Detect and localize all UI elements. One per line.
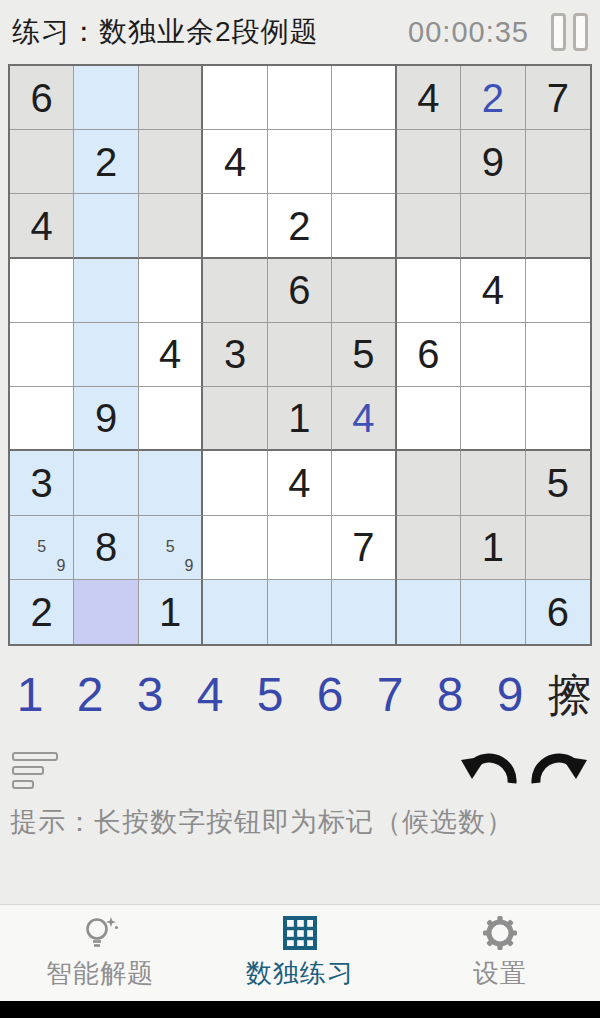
digit-key-4[interactable]: 4 [180,658,240,732]
given-digit: 4 [482,270,504,310]
cell-r4c6[interactable] [332,259,396,323]
number-keypad: 123456789擦 [0,658,600,732]
cell-r2c8[interactable]: 9 [461,130,525,194]
cell-r7c9[interactable]: 5 [526,451,590,515]
cell-r9c4[interactable] [203,580,267,644]
cell-r5c1[interactable] [10,323,74,387]
cell-r3c9[interactable] [526,194,590,258]
cell-r2c9[interactable] [526,130,590,194]
page-title: 练习：数独业余2段例题 [12,13,319,51]
given-digit: 3 [224,334,246,374]
cell-r4c4[interactable] [203,259,267,323]
cell-r8c1[interactable]: 59 [10,516,74,580]
cell-r6c9[interactable] [526,387,590,451]
cell-r7c7[interactable] [397,451,461,515]
board-wrap: 6427249426443569143455985971216 [0,64,600,646]
cell-r5c7[interactable]: 6 [397,323,461,387]
given-digit: 6 [547,592,569,632]
digit-key-8[interactable]: 8 [420,658,480,732]
cell-r1c8[interactable]: 2 [461,66,525,130]
given-digit: 6 [417,334,439,374]
erase-key[interactable]: 擦 [540,658,600,732]
tab-label: 设置 [473,956,527,991]
pause-icon [573,13,588,51]
cell-r3c8[interactable] [461,194,525,258]
cell-r9c9[interactable]: 6 [526,580,590,644]
cell-r6c8[interactable] [461,387,525,451]
cell-r4c8[interactable]: 4 [461,259,525,323]
given-digit: 4 [159,334,181,374]
user-digit: 4 [352,398,374,438]
cell-r9c5[interactable] [268,580,332,644]
candidate-marks: 59 [13,519,70,576]
cell-r5c2[interactable] [74,323,138,387]
notes-mode-button[interactable] [10,750,60,791]
notes-icon [12,752,58,761]
sudoku-board: 6427249426443569143455985971216 [8,64,592,646]
cell-r3c3[interactable] [139,194,203,258]
cell-r8c6[interactable]: 7 [332,516,396,580]
cell-r5c4[interactable]: 3 [203,323,267,387]
cell-r8c9[interactable] [526,516,590,580]
hint-text: 提示：长按数字按钮即为标记（候选数） [0,804,600,840]
cell-r6c1[interactable] [10,387,74,451]
cell-r8c3[interactable]: 59 [139,516,203,580]
system-bar [0,1001,600,1018]
given-digit: 6 [288,270,310,310]
given-digit: 4 [224,142,246,182]
cell-r8c2[interactable]: 8 [74,516,138,580]
given-digit: 9 [482,142,504,182]
gear-icon [482,915,518,951]
given-digit: 1 [482,527,504,567]
timer: 00:00:35 [408,16,529,49]
digit-key-6[interactable]: 6 [300,658,360,732]
undo-icon [459,747,517,793]
given-digit: 4 [288,463,310,503]
redo-button[interactable] [530,747,590,793]
cell-r9c7[interactable] [397,580,461,644]
header: 练习：数独业余2段例题 00:00:35 [0,0,600,64]
cell-r6c2[interactable]: 9 [74,387,138,451]
cell-r3c1[interactable]: 4 [10,194,74,258]
cell-r7c8[interactable] [461,451,525,515]
cell-r4c2[interactable] [74,259,138,323]
cell-r5c8[interactable] [461,323,525,387]
cell-r4c7[interactable] [397,259,461,323]
cell-r6c6[interactable]: 4 [332,387,396,451]
cell-r2c4[interactable]: 4 [203,130,267,194]
given-digit: 1 [159,592,181,632]
digit-key-7[interactable]: 7 [360,658,420,732]
given-digit: 3 [31,463,53,503]
pause-button[interactable] [551,13,588,51]
candidate-digit: 9 [51,557,70,576]
cell-r5c5[interactable] [268,323,332,387]
digit-key-3[interactable]: 3 [120,658,180,732]
cell-r8c4[interactable] [203,516,267,580]
cell-r3c6[interactable] [332,194,396,258]
given-digit: 4 [417,78,439,118]
cell-r3c5[interactable]: 2 [268,194,332,258]
cell-r2c6[interactable] [332,130,396,194]
app-window: 练习：数独业余2段例题 00:00:35 6427249426443569143… [0,0,600,1018]
cell-r2c1[interactable] [10,130,74,194]
cell-r6c4[interactable] [203,387,267,451]
cell-r4c5[interactable]: 6 [268,259,332,323]
digit-key-2[interactable]: 2 [60,658,120,732]
bottom-nav: 智能解题 数独练习 [0,904,600,1001]
cell-r1c2[interactable] [74,66,138,130]
cell-r7c1[interactable]: 3 [10,451,74,515]
cell-r2c7[interactable] [397,130,461,194]
cell-r6c3[interactable] [139,387,203,451]
pause-icon [551,13,566,51]
cell-r7c4[interactable] [203,451,267,515]
cell-r5c9[interactable] [526,323,590,387]
candidate-digit: 5 [161,538,180,557]
tab-label: 数独练习 [246,956,354,991]
tab-label: 智能解题 [46,956,154,991]
cell-r7c2[interactable] [74,451,138,515]
redo-icon [531,747,589,793]
tab-sudoku-practice[interactable]: 数独练习 [200,915,400,991]
given-digit: 4 [31,206,53,246]
cell-r2c3[interactable] [139,130,203,194]
cell-r9c6[interactable] [332,580,396,644]
cell-r3c7[interactable] [397,194,461,258]
digit-key-5[interactable]: 5 [240,658,300,732]
cell-r3c2[interactable] [74,194,138,258]
cell-r8c5[interactable] [268,516,332,580]
cell-r1c5[interactable] [268,66,332,130]
tab-smart-solve[interactable]: 智能解题 [0,915,200,991]
cell-r4c1[interactable] [10,259,74,323]
candidate-digit: 5 [32,538,51,557]
undo-button[interactable] [458,747,518,793]
tab-settings[interactable]: 设置 [400,915,600,991]
given-digit: 5 [352,334,374,374]
candidate-digit: 9 [180,557,199,576]
cell-r4c3[interactable] [139,259,203,323]
cell-r8c8[interactable]: 1 [461,516,525,580]
notes-icon [12,780,34,789]
given-digit: 2 [288,206,310,246]
cell-r7c3[interactable] [139,451,203,515]
cell-r5c6[interactable]: 5 [332,323,396,387]
cell-r1c7[interactable]: 4 [397,66,461,130]
cell-r9c1[interactable]: 2 [10,580,74,644]
cell-r9c2[interactable] [74,580,138,644]
given-digit: 7 [352,527,374,567]
cell-r9c3[interactable]: 1 [139,580,203,644]
digit-key-1[interactable]: 1 [0,658,60,732]
user-digit: 2 [482,78,504,118]
cell-r1c1[interactable]: 6 [10,66,74,130]
given-digit: 1 [288,398,310,438]
cell-r1c3[interactable] [139,66,203,130]
digit-key-9[interactable]: 9 [480,658,540,732]
cell-r6c7[interactable] [397,387,461,451]
candidate-marks: 59 [142,519,198,576]
cell-r9c8[interactable] [461,580,525,644]
lightbulb-icon [80,915,120,951]
given-digit: 6 [31,78,53,118]
given-digit: 5 [547,463,569,503]
cell-r2c5[interactable] [268,130,332,194]
cell-r1c9[interactable]: 7 [526,66,590,130]
given-digit: 7 [547,78,569,118]
cell-r8c7[interactable] [397,516,461,580]
given-digit: 8 [95,527,117,567]
notes-icon [12,766,44,775]
grid-icon [282,915,318,951]
cell-r4c9[interactable] [526,259,590,323]
cell-r7c6[interactable] [332,451,396,515]
cell-r1c6[interactable] [332,66,396,130]
cell-r7c5[interactable]: 4 [268,451,332,515]
tools-row [0,745,600,795]
cell-r3c4[interactable] [203,194,267,258]
given-digit: 2 [31,592,53,632]
given-digit: 2 [95,142,117,182]
cell-r6c5[interactable]: 1 [268,387,332,451]
cell-r1c4[interactable] [203,66,267,130]
given-digit: 9 [95,398,117,438]
cell-r5c3[interactable]: 4 [139,323,203,387]
cell-r2c2[interactable]: 2 [74,130,138,194]
